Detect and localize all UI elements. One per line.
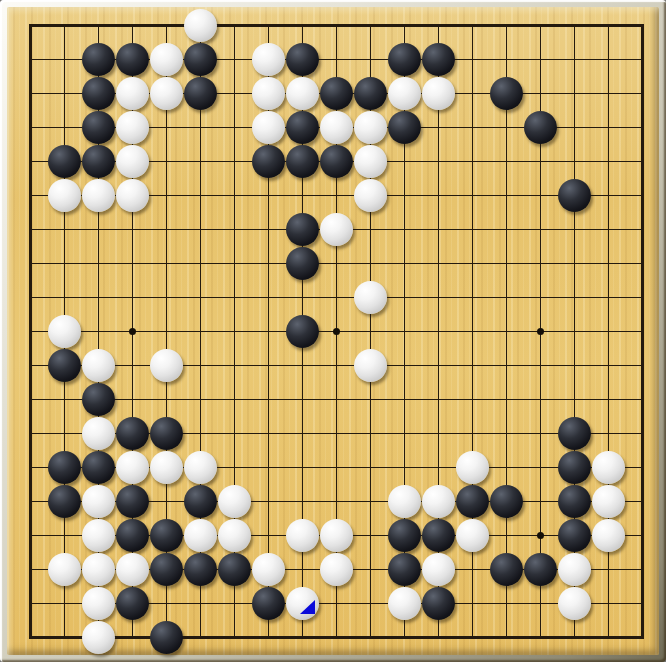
intersection[interactable] bbox=[523, 348, 557, 382]
intersection[interactable] bbox=[421, 42, 455, 76]
intersection[interactable] bbox=[115, 382, 149, 416]
intersection[interactable] bbox=[421, 314, 455, 348]
intersection[interactable] bbox=[523, 518, 557, 552]
intersection[interactable] bbox=[13, 518, 47, 552]
intersection[interactable] bbox=[319, 416, 353, 450]
intersection[interactable] bbox=[285, 518, 319, 552]
intersection[interactable] bbox=[625, 212, 659, 246]
intersection[interactable] bbox=[47, 314, 81, 348]
intersection[interactable] bbox=[455, 484, 489, 518]
intersection[interactable] bbox=[319, 552, 353, 586]
intersection[interactable] bbox=[353, 246, 387, 280]
intersection[interactable] bbox=[183, 246, 217, 280]
intersection[interactable] bbox=[81, 76, 115, 110]
intersection[interactable] bbox=[319, 76, 353, 110]
intersection[interactable] bbox=[591, 518, 625, 552]
intersection[interactable] bbox=[149, 178, 183, 212]
intersection[interactable] bbox=[81, 484, 115, 518]
intersection[interactable] bbox=[319, 484, 353, 518]
intersection[interactable] bbox=[557, 450, 591, 484]
intersection[interactable] bbox=[251, 42, 285, 76]
intersection[interactable] bbox=[217, 110, 251, 144]
intersection[interactable] bbox=[115, 280, 149, 314]
intersection[interactable] bbox=[557, 144, 591, 178]
intersection[interactable] bbox=[625, 416, 659, 450]
intersection[interactable] bbox=[591, 280, 625, 314]
intersection[interactable] bbox=[421, 450, 455, 484]
intersection[interactable] bbox=[489, 8, 523, 42]
intersection[interactable] bbox=[47, 178, 81, 212]
intersection[interactable] bbox=[489, 416, 523, 450]
intersection[interactable] bbox=[149, 348, 183, 382]
intersection[interactable] bbox=[13, 246, 47, 280]
intersection[interactable] bbox=[285, 110, 319, 144]
intersection[interactable] bbox=[591, 246, 625, 280]
intersection[interactable] bbox=[557, 8, 591, 42]
intersection[interactable] bbox=[217, 144, 251, 178]
intersection[interactable] bbox=[387, 552, 421, 586]
intersection[interactable] bbox=[319, 314, 353, 348]
intersection[interactable] bbox=[13, 620, 47, 654]
intersection[interactable] bbox=[47, 110, 81, 144]
intersection[interactable] bbox=[523, 246, 557, 280]
intersection[interactable] bbox=[557, 280, 591, 314]
intersection[interactable] bbox=[13, 42, 47, 76]
intersection[interactable] bbox=[115, 552, 149, 586]
intersection[interactable] bbox=[557, 178, 591, 212]
intersection[interactable] bbox=[47, 8, 81, 42]
intersection[interactable] bbox=[455, 620, 489, 654]
intersection[interactable] bbox=[625, 518, 659, 552]
intersection[interactable] bbox=[183, 620, 217, 654]
intersection[interactable] bbox=[557, 518, 591, 552]
intersection[interactable] bbox=[353, 178, 387, 212]
intersection[interactable] bbox=[285, 348, 319, 382]
intersection[interactable] bbox=[115, 314, 149, 348]
intersection[interactable] bbox=[149, 280, 183, 314]
intersection[interactable] bbox=[523, 280, 557, 314]
intersection[interactable] bbox=[183, 416, 217, 450]
intersection[interactable] bbox=[421, 416, 455, 450]
intersection[interactable] bbox=[523, 484, 557, 518]
intersection[interactable] bbox=[523, 382, 557, 416]
intersection[interactable] bbox=[251, 144, 285, 178]
intersection[interactable] bbox=[591, 76, 625, 110]
intersection[interactable] bbox=[251, 552, 285, 586]
intersection[interactable] bbox=[625, 246, 659, 280]
intersection[interactable] bbox=[285, 76, 319, 110]
intersection[interactable] bbox=[489, 518, 523, 552]
intersection[interactable] bbox=[47, 450, 81, 484]
intersection[interactable] bbox=[319, 246, 353, 280]
intersection[interactable] bbox=[523, 76, 557, 110]
intersection[interactable] bbox=[455, 552, 489, 586]
intersection[interactable] bbox=[319, 8, 353, 42]
intersection[interactable] bbox=[183, 212, 217, 246]
intersection[interactable] bbox=[217, 212, 251, 246]
intersection[interactable] bbox=[251, 110, 285, 144]
intersection[interactable] bbox=[591, 450, 625, 484]
intersection[interactable] bbox=[591, 382, 625, 416]
intersection[interactable] bbox=[625, 620, 659, 654]
intersection[interactable] bbox=[591, 348, 625, 382]
intersection[interactable] bbox=[81, 382, 115, 416]
intersection[interactable] bbox=[353, 144, 387, 178]
intersection[interactable] bbox=[353, 382, 387, 416]
intersection[interactable] bbox=[387, 212, 421, 246]
intersection[interactable] bbox=[591, 212, 625, 246]
intersection[interactable] bbox=[183, 314, 217, 348]
intersection[interactable] bbox=[421, 552, 455, 586]
intersection[interactable] bbox=[149, 42, 183, 76]
intersection[interactable] bbox=[557, 552, 591, 586]
intersection[interactable] bbox=[115, 484, 149, 518]
intersection[interactable] bbox=[557, 416, 591, 450]
intersection[interactable] bbox=[217, 382, 251, 416]
intersection[interactable] bbox=[557, 76, 591, 110]
intersection[interactable] bbox=[625, 76, 659, 110]
intersection[interactable] bbox=[285, 314, 319, 348]
intersection[interactable] bbox=[387, 450, 421, 484]
intersection[interactable] bbox=[455, 8, 489, 42]
intersection[interactable] bbox=[13, 552, 47, 586]
intersection[interactable] bbox=[115, 76, 149, 110]
intersection[interactable] bbox=[251, 450, 285, 484]
intersection[interactable] bbox=[523, 450, 557, 484]
intersection[interactable] bbox=[13, 212, 47, 246]
intersection[interactable] bbox=[591, 8, 625, 42]
intersection[interactable] bbox=[149, 416, 183, 450]
intersection[interactable] bbox=[251, 484, 285, 518]
intersection[interactable] bbox=[251, 8, 285, 42]
intersection[interactable] bbox=[319, 586, 353, 620]
intersection[interactable] bbox=[489, 178, 523, 212]
intersection[interactable] bbox=[625, 42, 659, 76]
intersection[interactable] bbox=[251, 348, 285, 382]
intersection[interactable] bbox=[557, 246, 591, 280]
intersection[interactable] bbox=[353, 450, 387, 484]
intersection[interactable] bbox=[557, 382, 591, 416]
intersection[interactable] bbox=[217, 484, 251, 518]
intersection[interactable] bbox=[47, 586, 81, 620]
intersection[interactable] bbox=[217, 450, 251, 484]
intersection[interactable] bbox=[81, 314, 115, 348]
intersection[interactable] bbox=[387, 178, 421, 212]
intersection[interactable] bbox=[557, 42, 591, 76]
intersection[interactable] bbox=[319, 382, 353, 416]
intersection[interactable] bbox=[183, 76, 217, 110]
intersection[interactable] bbox=[217, 246, 251, 280]
intersection[interactable] bbox=[285, 280, 319, 314]
intersection[interactable] bbox=[81, 450, 115, 484]
intersection[interactable] bbox=[285, 552, 319, 586]
intersection[interactable] bbox=[251, 586, 285, 620]
intersection[interactable] bbox=[489, 314, 523, 348]
intersection[interactable] bbox=[591, 314, 625, 348]
intersection[interactable] bbox=[421, 246, 455, 280]
intersection[interactable] bbox=[387, 110, 421, 144]
intersection[interactable] bbox=[387, 76, 421, 110]
intersection[interactable] bbox=[251, 314, 285, 348]
intersection[interactable] bbox=[285, 212, 319, 246]
intersection[interactable] bbox=[217, 314, 251, 348]
intersection[interactable] bbox=[13, 8, 47, 42]
intersection[interactable] bbox=[285, 144, 319, 178]
intersection[interactable] bbox=[149, 450, 183, 484]
intersection[interactable] bbox=[387, 484, 421, 518]
intersection[interactable] bbox=[591, 552, 625, 586]
intersection[interactable] bbox=[115, 450, 149, 484]
intersection[interactable] bbox=[523, 314, 557, 348]
intersection[interactable] bbox=[115, 246, 149, 280]
intersection[interactable] bbox=[47, 76, 81, 110]
intersection[interactable] bbox=[13, 416, 47, 450]
intersection[interactable] bbox=[591, 42, 625, 76]
intersection[interactable] bbox=[387, 382, 421, 416]
intersection[interactable] bbox=[591, 586, 625, 620]
intersection[interactable] bbox=[115, 416, 149, 450]
intersection[interactable] bbox=[319, 280, 353, 314]
intersection[interactable] bbox=[387, 518, 421, 552]
intersection[interactable] bbox=[387, 144, 421, 178]
intersection[interactable] bbox=[421, 8, 455, 42]
intersection[interactable] bbox=[251, 76, 285, 110]
intersection[interactable] bbox=[149, 314, 183, 348]
intersection[interactable] bbox=[625, 450, 659, 484]
intersection[interactable] bbox=[625, 586, 659, 620]
intersection[interactable] bbox=[421, 484, 455, 518]
intersection[interactable] bbox=[47, 42, 81, 76]
intersection[interactable] bbox=[387, 42, 421, 76]
intersection[interactable] bbox=[489, 348, 523, 382]
intersection[interactable] bbox=[557, 620, 591, 654]
intersection[interactable] bbox=[251, 212, 285, 246]
intersection[interactable] bbox=[13, 382, 47, 416]
intersection[interactable] bbox=[251, 620, 285, 654]
intersection[interactable] bbox=[489, 450, 523, 484]
intersection[interactable] bbox=[217, 280, 251, 314]
intersection[interactable] bbox=[251, 382, 285, 416]
intersection[interactable] bbox=[81, 42, 115, 76]
intersection[interactable] bbox=[251, 280, 285, 314]
intersection[interactable] bbox=[149, 76, 183, 110]
intersection[interactable] bbox=[421, 348, 455, 382]
intersection[interactable] bbox=[523, 416, 557, 450]
intersection[interactable] bbox=[387, 8, 421, 42]
intersection[interactable] bbox=[489, 382, 523, 416]
intersection[interactable] bbox=[489, 42, 523, 76]
intersection[interactable] bbox=[523, 178, 557, 212]
intersection[interactable] bbox=[81, 280, 115, 314]
intersection[interactable] bbox=[149, 382, 183, 416]
intersection[interactable] bbox=[217, 42, 251, 76]
intersection[interactable] bbox=[115, 144, 149, 178]
intersection[interactable] bbox=[455, 586, 489, 620]
intersection[interactable] bbox=[557, 314, 591, 348]
intersection[interactable] bbox=[557, 484, 591, 518]
intersection[interactable] bbox=[421, 212, 455, 246]
intersection[interactable] bbox=[251, 178, 285, 212]
intersection[interactable] bbox=[81, 212, 115, 246]
intersection[interactable] bbox=[625, 144, 659, 178]
intersection[interactable] bbox=[149, 212, 183, 246]
intersection[interactable] bbox=[183, 280, 217, 314]
intersection[interactable] bbox=[455, 382, 489, 416]
intersection[interactable] bbox=[523, 42, 557, 76]
intersection[interactable] bbox=[13, 314, 47, 348]
intersection[interactable] bbox=[353, 552, 387, 586]
intersection[interactable] bbox=[81, 110, 115, 144]
intersection[interactable] bbox=[489, 110, 523, 144]
intersection[interactable] bbox=[251, 416, 285, 450]
intersection[interactable] bbox=[353, 348, 387, 382]
intersection[interactable] bbox=[523, 552, 557, 586]
intersection[interactable] bbox=[183, 450, 217, 484]
intersection[interactable] bbox=[319, 110, 353, 144]
intersection[interactable] bbox=[183, 110, 217, 144]
intersection[interactable] bbox=[217, 620, 251, 654]
intersection[interactable] bbox=[353, 518, 387, 552]
intersection[interactable] bbox=[421, 280, 455, 314]
intersection[interactable] bbox=[285, 450, 319, 484]
intersection[interactable] bbox=[421, 620, 455, 654]
intersection[interactable] bbox=[319, 518, 353, 552]
intersection[interactable] bbox=[489, 76, 523, 110]
intersection[interactable] bbox=[455, 110, 489, 144]
intersection[interactable] bbox=[625, 348, 659, 382]
intersection[interactable] bbox=[387, 620, 421, 654]
intersection[interactable] bbox=[81, 246, 115, 280]
intersection[interactable] bbox=[47, 620, 81, 654]
intersection[interactable] bbox=[81, 416, 115, 450]
intersection[interactable] bbox=[353, 484, 387, 518]
intersection[interactable] bbox=[353, 76, 387, 110]
intersection[interactable] bbox=[353, 110, 387, 144]
intersection[interactable] bbox=[251, 518, 285, 552]
intersection[interactable] bbox=[217, 416, 251, 450]
intersection[interactable] bbox=[387, 314, 421, 348]
intersection[interactable] bbox=[285, 586, 319, 620]
intersection[interactable] bbox=[625, 314, 659, 348]
intersection[interactable] bbox=[523, 8, 557, 42]
intersection[interactable] bbox=[183, 8, 217, 42]
intersection[interactable] bbox=[13, 110, 47, 144]
intersection[interactable] bbox=[523, 144, 557, 178]
intersection[interactable] bbox=[625, 382, 659, 416]
intersection[interactable] bbox=[183, 144, 217, 178]
intersection[interactable] bbox=[455, 450, 489, 484]
intersection[interactable] bbox=[183, 348, 217, 382]
intersection[interactable] bbox=[217, 552, 251, 586]
intersection[interactable] bbox=[115, 178, 149, 212]
intersection[interactable] bbox=[217, 76, 251, 110]
intersection[interactable] bbox=[47, 518, 81, 552]
intersection[interactable] bbox=[81, 144, 115, 178]
intersection[interactable] bbox=[557, 110, 591, 144]
intersection[interactable] bbox=[523, 620, 557, 654]
intersection[interactable] bbox=[489, 552, 523, 586]
intersection[interactable] bbox=[591, 178, 625, 212]
intersection[interactable] bbox=[625, 552, 659, 586]
intersection[interactable] bbox=[455, 42, 489, 76]
intersection[interactable] bbox=[455, 518, 489, 552]
intersection[interactable] bbox=[387, 246, 421, 280]
intersection[interactable] bbox=[625, 110, 659, 144]
intersection[interactable] bbox=[217, 8, 251, 42]
intersection[interactable] bbox=[387, 586, 421, 620]
intersection[interactable] bbox=[13, 348, 47, 382]
intersection[interactable] bbox=[47, 348, 81, 382]
intersection[interactable] bbox=[149, 620, 183, 654]
intersection[interactable] bbox=[149, 144, 183, 178]
intersection[interactable] bbox=[421, 178, 455, 212]
intersection[interactable] bbox=[285, 416, 319, 450]
intersection[interactable] bbox=[591, 110, 625, 144]
intersection[interactable] bbox=[353, 586, 387, 620]
intersection[interactable] bbox=[183, 382, 217, 416]
intersection[interactable] bbox=[285, 8, 319, 42]
intersection[interactable] bbox=[13, 280, 47, 314]
intersection[interactable] bbox=[489, 620, 523, 654]
intersection[interactable] bbox=[285, 484, 319, 518]
intersection[interactable] bbox=[455, 246, 489, 280]
intersection[interactable] bbox=[285, 382, 319, 416]
intersection[interactable] bbox=[217, 518, 251, 552]
intersection[interactable] bbox=[115, 620, 149, 654]
intersection[interactable] bbox=[319, 450, 353, 484]
intersection[interactable] bbox=[489, 144, 523, 178]
intersection[interactable] bbox=[115, 42, 149, 76]
intersection[interactable] bbox=[591, 620, 625, 654]
intersection[interactable] bbox=[387, 348, 421, 382]
intersection[interactable] bbox=[353, 212, 387, 246]
intersection[interactable] bbox=[455, 178, 489, 212]
intersection[interactable] bbox=[115, 586, 149, 620]
intersection[interactable] bbox=[13, 178, 47, 212]
intersection[interactable] bbox=[149, 552, 183, 586]
intersection[interactable] bbox=[149, 246, 183, 280]
intersection[interactable] bbox=[591, 484, 625, 518]
intersection[interactable] bbox=[13, 76, 47, 110]
intersection[interactable] bbox=[353, 8, 387, 42]
intersection[interactable] bbox=[319, 212, 353, 246]
intersection[interactable] bbox=[183, 178, 217, 212]
intersection[interactable] bbox=[81, 518, 115, 552]
intersection[interactable] bbox=[421, 110, 455, 144]
intersection[interactable] bbox=[557, 348, 591, 382]
intersection[interactable] bbox=[47, 212, 81, 246]
intersection[interactable] bbox=[285, 178, 319, 212]
intersection[interactable] bbox=[523, 110, 557, 144]
intersection[interactable] bbox=[421, 518, 455, 552]
intersection[interactable] bbox=[81, 178, 115, 212]
intersection[interactable] bbox=[13, 144, 47, 178]
intersection[interactable] bbox=[81, 586, 115, 620]
intersection[interactable] bbox=[183, 586, 217, 620]
intersection[interactable] bbox=[557, 212, 591, 246]
intersection[interactable] bbox=[353, 416, 387, 450]
intersection[interactable] bbox=[319, 42, 353, 76]
intersection[interactable] bbox=[115, 8, 149, 42]
intersection[interactable] bbox=[455, 144, 489, 178]
intersection[interactable] bbox=[115, 518, 149, 552]
intersection[interactable] bbox=[81, 8, 115, 42]
intersection[interactable] bbox=[183, 518, 217, 552]
intersection[interactable] bbox=[81, 552, 115, 586]
intersection[interactable] bbox=[149, 586, 183, 620]
intersection[interactable] bbox=[557, 586, 591, 620]
intersection[interactable] bbox=[421, 382, 455, 416]
